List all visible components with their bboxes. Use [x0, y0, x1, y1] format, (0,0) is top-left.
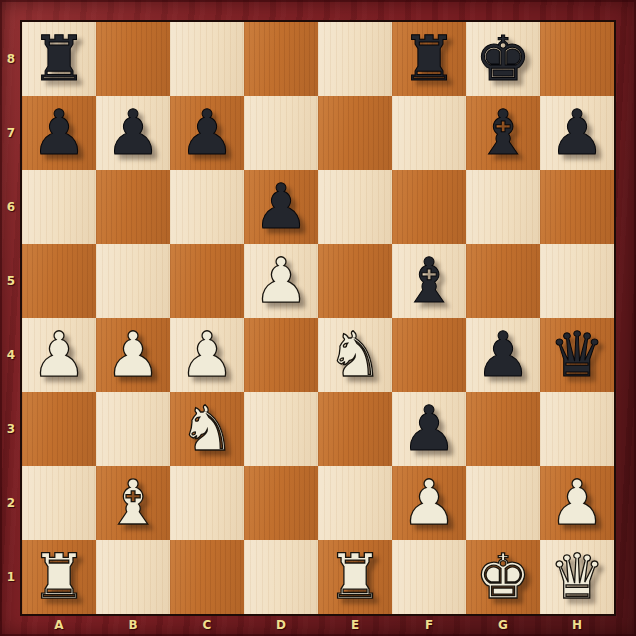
black-king-g8[interactable]: ♚ [475, 22, 531, 96]
square-d1[interactable] [244, 540, 318, 614]
rank-label-7: 7 [0, 96, 22, 170]
file-label-h: H [540, 614, 614, 636]
square-g7[interactable]: ♝ [466, 96, 540, 170]
square-a5[interactable] [22, 244, 96, 318]
square-b6[interactable] [96, 170, 170, 244]
square-e6[interactable] [318, 170, 392, 244]
square-c2[interactable] [170, 466, 244, 540]
white-pawn-a4[interactable]: ♟ [31, 318, 87, 392]
square-f8[interactable]: ♜ [392, 22, 466, 96]
square-f7[interactable] [392, 96, 466, 170]
white-king-g1[interactable]: ♚ [475, 540, 531, 614]
square-f2[interactable]: ♟ [392, 466, 466, 540]
square-f6[interactable] [392, 170, 466, 244]
black-pawn-d6[interactable]: ♟ [253, 170, 309, 244]
white-pawn-f2[interactable]: ♟ [401, 466, 457, 540]
square-e1[interactable]: ♜ [318, 540, 392, 614]
file-label-e: E [318, 614, 392, 636]
square-b1[interactable] [96, 540, 170, 614]
square-a6[interactable] [22, 170, 96, 244]
black-queen-h4[interactable]: ♛ [549, 318, 605, 392]
black-rook-f8[interactable]: ♜ [401, 22, 457, 96]
rank-labels: 87654321 [0, 22, 22, 614]
square-f1[interactable] [392, 540, 466, 614]
square-e4[interactable]: ♞ [318, 318, 392, 392]
square-d3[interactable] [244, 392, 318, 466]
file-label-f: F [392, 614, 466, 636]
file-label-b: B [96, 614, 170, 636]
white-pawn-d5[interactable]: ♟ [253, 244, 309, 318]
black-pawn-f3[interactable]: ♟ [401, 392, 457, 466]
square-b8[interactable] [96, 22, 170, 96]
white-pawn-c4[interactable]: ♟ [179, 318, 235, 392]
square-b2[interactable]: ♝ [96, 466, 170, 540]
square-e5[interactable] [318, 244, 392, 318]
white-queen-h1[interactable]: ♛ [549, 540, 605, 614]
rank-label-3: 3 [0, 392, 22, 466]
chess-board: ♜♜♚♟♟♟♝♟♟♟♝♟♟♟♞♟♛♞♟♝♟♟♜♜♚♛ [22, 22, 614, 614]
square-b5[interactable] [96, 244, 170, 318]
black-pawn-c7[interactable]: ♟ [179, 96, 235, 170]
square-c5[interactable] [170, 244, 244, 318]
square-d4[interactable] [244, 318, 318, 392]
square-a7[interactable]: ♟ [22, 96, 96, 170]
black-pawn-g4[interactable]: ♟ [475, 318, 531, 392]
square-h4[interactable]: ♛ [540, 318, 614, 392]
rank-label-8: 8 [0, 22, 22, 96]
square-b7[interactable]: ♟ [96, 96, 170, 170]
board-frame: 87654321 ♜♜♚♟♟♟♝♟♟♟♝♟♟♟♞♟♛♞♟♝♟♟♜♜♚♛ ABCD… [0, 0, 636, 636]
square-c7[interactable]: ♟ [170, 96, 244, 170]
square-a4[interactable]: ♟ [22, 318, 96, 392]
square-b4[interactable]: ♟ [96, 318, 170, 392]
square-c1[interactable] [170, 540, 244, 614]
square-h5[interactable] [540, 244, 614, 318]
square-g8[interactable]: ♚ [466, 22, 540, 96]
square-f3[interactable]: ♟ [392, 392, 466, 466]
square-e3[interactable] [318, 392, 392, 466]
square-e8[interactable] [318, 22, 392, 96]
white-rook-e1[interactable]: ♜ [327, 540, 383, 614]
square-h2[interactable]: ♟ [540, 466, 614, 540]
white-knight-c3[interactable]: ♞ [179, 392, 235, 466]
square-h1[interactable]: ♛ [540, 540, 614, 614]
rank-label-1: 1 [0, 540, 22, 614]
white-rook-a1[interactable]: ♜ [31, 540, 87, 614]
black-pawn-h7[interactable]: ♟ [549, 96, 605, 170]
rank-label-6: 6 [0, 170, 22, 244]
black-pawn-b7[interactable]: ♟ [105, 96, 161, 170]
file-label-c: C [170, 614, 244, 636]
square-f4[interactable] [392, 318, 466, 392]
square-h6[interactable] [540, 170, 614, 244]
black-pawn-a7[interactable]: ♟ [31, 96, 87, 170]
white-knight-e4[interactable]: ♞ [327, 318, 383, 392]
black-rook-a8[interactable]: ♜ [31, 22, 87, 96]
square-h8[interactable] [540, 22, 614, 96]
file-label-d: D [244, 614, 318, 636]
square-a2[interactable] [22, 466, 96, 540]
white-bishop-b2[interactable]: ♝ [105, 466, 161, 540]
square-h3[interactable] [540, 392, 614, 466]
file-label-g: G [466, 614, 540, 636]
square-d8[interactable] [244, 22, 318, 96]
square-g1[interactable]: ♚ [466, 540, 540, 614]
square-g6[interactable] [466, 170, 540, 244]
rank-label-2: 2 [0, 466, 22, 540]
square-c6[interactable] [170, 170, 244, 244]
square-g3[interactable] [466, 392, 540, 466]
square-d2[interactable] [244, 466, 318, 540]
square-a3[interactable] [22, 392, 96, 466]
white-pawn-h2[interactable]: ♟ [549, 466, 605, 540]
square-h7[interactable]: ♟ [540, 96, 614, 170]
square-c3[interactable]: ♞ [170, 392, 244, 466]
rank-label-5: 5 [0, 244, 22, 318]
square-e7[interactable] [318, 96, 392, 170]
square-c8[interactable] [170, 22, 244, 96]
file-label-a: A [22, 614, 96, 636]
white-pawn-b4[interactable]: ♟ [105, 318, 161, 392]
file-labels: ABCDEFGH [22, 614, 614, 636]
square-g2[interactable] [466, 466, 540, 540]
square-d7[interactable] [244, 96, 318, 170]
square-g5[interactable] [466, 244, 540, 318]
square-a1[interactable]: ♜ [22, 540, 96, 614]
black-bishop-g7[interactable]: ♝ [475, 96, 531, 170]
square-b3[interactable] [96, 392, 170, 466]
black-bishop-f5[interactable]: ♝ [401, 244, 457, 318]
square-f5[interactable]: ♝ [392, 244, 466, 318]
square-d5[interactable]: ♟ [244, 244, 318, 318]
square-a8[interactable]: ♜ [22, 22, 96, 96]
square-g4[interactable]: ♟ [466, 318, 540, 392]
square-e2[interactable] [318, 466, 392, 540]
rank-label-4: 4 [0, 318, 22, 392]
square-d6[interactable]: ♟ [244, 170, 318, 244]
square-c4[interactable]: ♟ [170, 318, 244, 392]
